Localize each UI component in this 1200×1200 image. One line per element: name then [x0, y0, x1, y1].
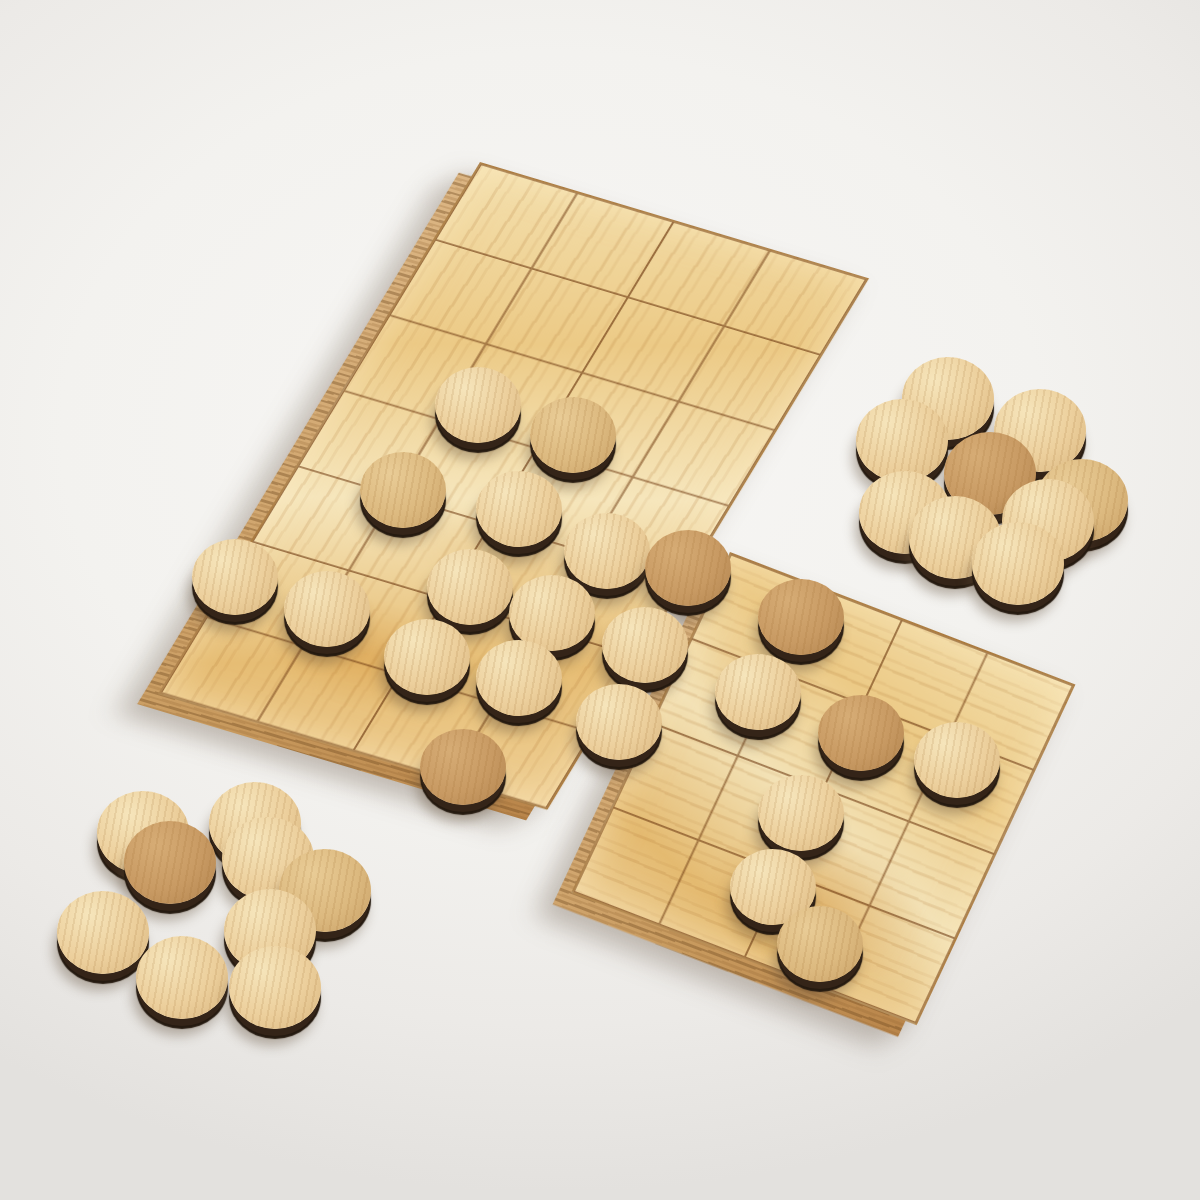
three-scales-triangle-icon	[426, 730, 499, 803]
disc-triangle-crest[interactable]	[758, 775, 844, 851]
three-scales-triangle-icon	[869, 407, 935, 473]
three-scales-triangle-icon	[573, 518, 640, 585]
three-scales-triangle-icon	[615, 614, 677, 676]
four-diamonds-icon	[209, 551, 261, 603]
disc-triangle-crest[interactable]	[972, 522, 1064, 605]
three-scales-triangle-icon	[375, 462, 431, 518]
four-diamonds-icon	[297, 579, 357, 639]
disc-diamond-crest[interactable]	[57, 891, 149, 974]
four-diamonds-icon	[730, 664, 786, 720]
three-scales-triangle-icon	[771, 783, 831, 843]
disc-diamond-crest[interactable]	[136, 936, 228, 1019]
three-scales-triangle-icon	[447, 374, 509, 436]
three-scales-triangle-icon	[982, 527, 1054, 599]
disc-diamond-crest[interactable]	[645, 530, 731, 606]
three-scales-triangle-icon	[517, 577, 588, 648]
four-diamonds-icon	[543, 405, 602, 464]
disc-triangle-crest[interactable]	[427, 549, 513, 625]
four-diamonds-icon	[399, 629, 456, 686]
three-scales-triangle-icon	[784, 908, 857, 981]
disc-diamond-crest[interactable]	[229, 946, 321, 1029]
disc-diamond-crest[interactable]	[758, 579, 844, 655]
three-scales-triangle-icon	[923, 726, 991, 794]
four-diamonds-icon	[588, 692, 648, 752]
disc-triangle-crest[interactable]	[435, 367, 521, 443]
four-diamonds-icon	[138, 830, 201, 893]
three-scales-triangle-icon	[741, 855, 805, 919]
four-diamonds-icon	[153, 948, 210, 1005]
disc-triangle-crest[interactable]	[476, 640, 562, 716]
three-scales-triangle-icon	[484, 475, 553, 544]
disc-diamond-crest[interactable]	[576, 684, 662, 760]
disc-triangle-crest[interactable]	[360, 452, 446, 528]
disc-triangle-crest[interactable]	[818, 695, 904, 771]
disc-diamond-crest[interactable]	[284, 571, 370, 647]
disc-triangle-crest[interactable]	[420, 729, 506, 805]
disc-triangle-crest[interactable]	[476, 471, 562, 547]
three-scales-triangle-icon	[825, 698, 897, 770]
three-scales-triangle-icon	[482, 641, 555, 714]
disc-triangle-crest[interactable]	[777, 906, 863, 982]
photo-stage	[0, 0, 1200, 1200]
disc-diamond-crest[interactable]	[715, 654, 801, 730]
four-diamonds-icon	[77, 906, 129, 958]
disc-triangle-crest[interactable]	[856, 399, 948, 482]
disc-diamond-crest[interactable]	[192, 539, 278, 615]
four-diamonds-icon	[657, 537, 720, 600]
three-scales-triangle-icon	[437, 554, 503, 620]
disc-diamond-crest[interactable]	[124, 821, 216, 904]
disc-triangle-crest[interactable]	[602, 607, 688, 683]
disc-triangle-crest[interactable]	[914, 722, 1000, 798]
four-diamonds-icon	[770, 587, 832, 649]
disc-diamond-crest[interactable]	[530, 397, 616, 473]
four-diamonds-icon	[246, 958, 305, 1017]
disc-triangle-crest[interactable]	[564, 513, 650, 589]
